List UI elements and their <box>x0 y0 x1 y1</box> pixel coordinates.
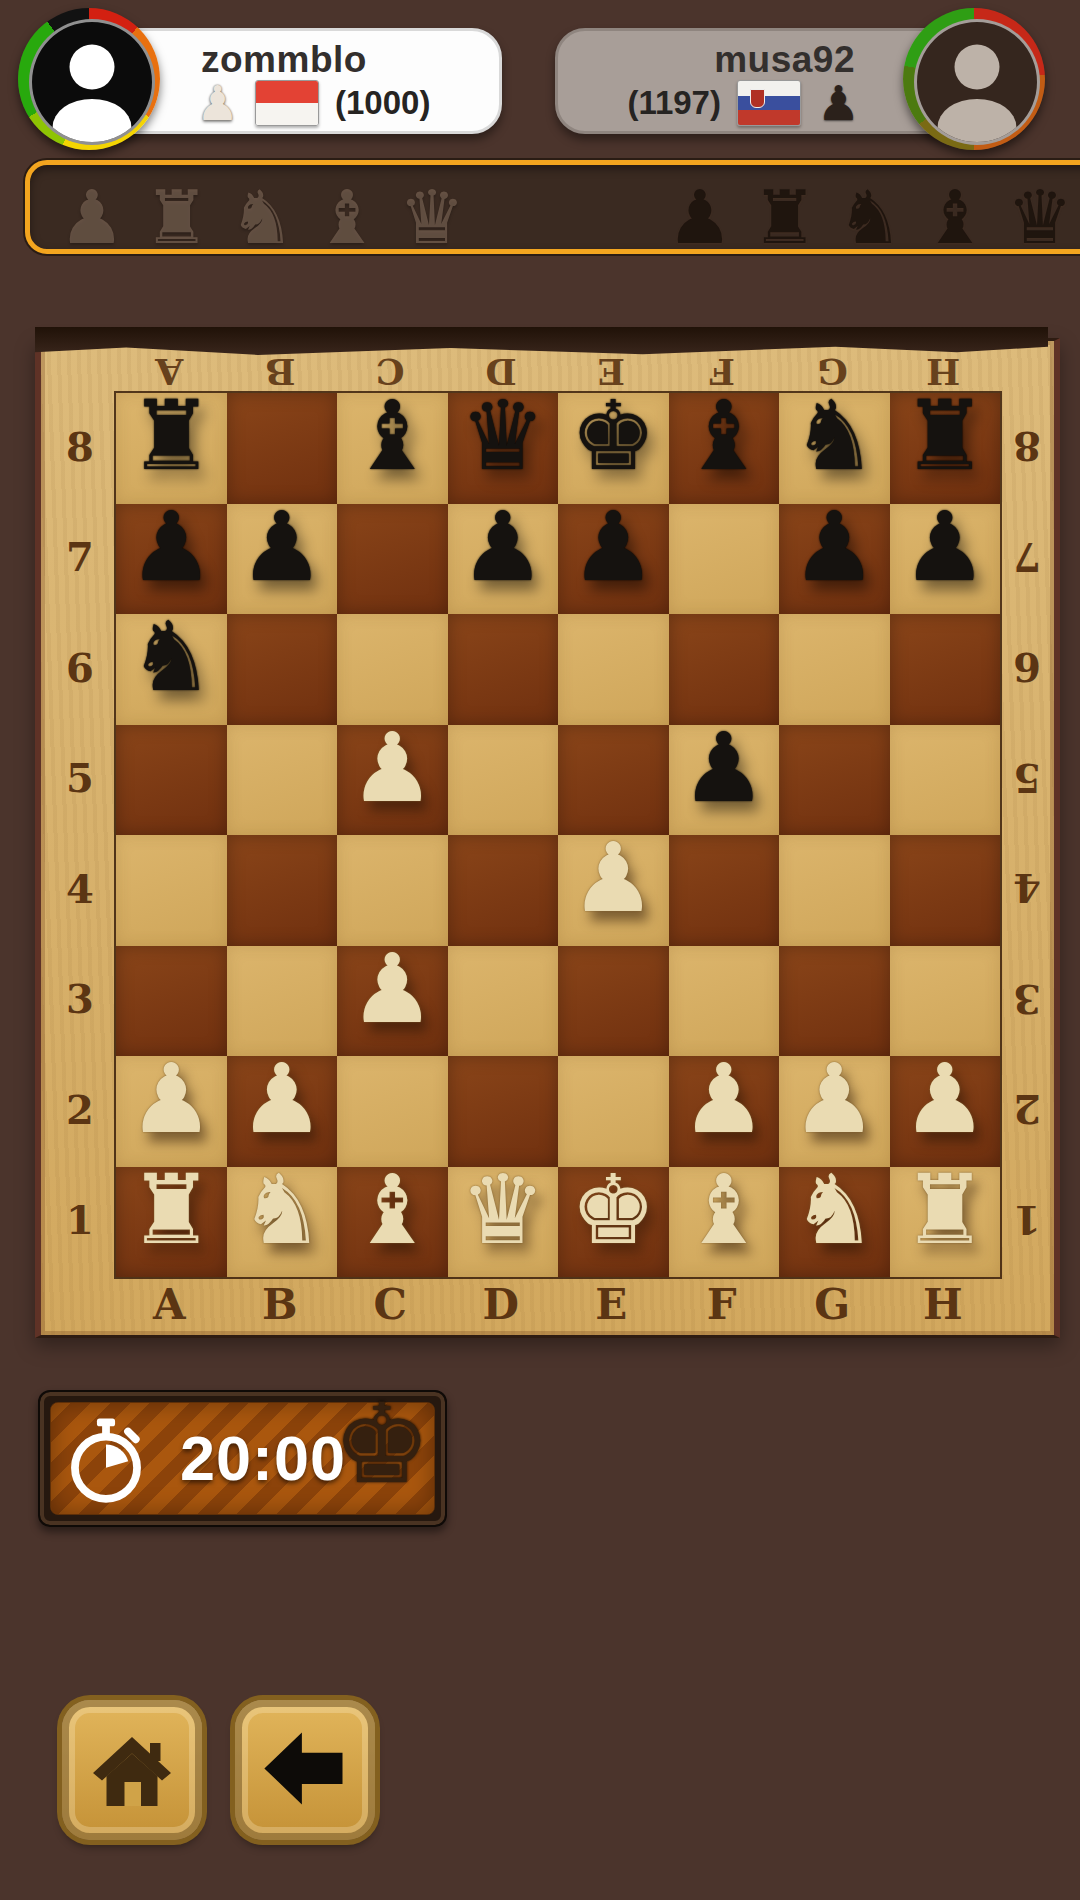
square-e8[interactable]: ♚ <box>558 393 669 504</box>
square-c6[interactable] <box>337 614 448 725</box>
white-avatar[interactable] <box>18 8 160 150</box>
square-e7[interactable]: ♟ <box>558 504 669 615</box>
rank-label-right-5: 5 <box>1004 723 1050 834</box>
square-h8[interactable]: ♜ <box>890 393 1001 504</box>
file-label-g: G <box>777 1279 888 1329</box>
black-pawn-a7: ♟ <box>116 492 227 603</box>
square-d6[interactable] <box>448 614 559 725</box>
black-player-rating: (1197) <box>627 84 721 122</box>
captured-black-rook-icon: ♜ <box>749 180 821 249</box>
square-a1[interactable]: ♜ <box>116 1167 227 1278</box>
black-avatar-photo <box>914 19 1040 145</box>
black-pawn-icon: ♟ <box>817 81 860 125</box>
white-player-rating: (1000) <box>335 84 430 122</box>
square-b6[interactable] <box>227 614 338 725</box>
square-g1[interactable]: ♞ <box>779 1167 890 1278</box>
white-pawn-g2: ♟ <box>779 1044 890 1155</box>
black-pawn-f5: ♟ <box>669 713 780 824</box>
black-knight-g8: ♞ <box>779 381 890 492</box>
black-rook-h8: ♜ <box>890 381 1001 492</box>
file-label-d: D <box>446 1279 557 1329</box>
captured-black-queen-icon: ♛ <box>1004 180 1076 249</box>
square-c7[interactable] <box>337 504 448 615</box>
file-label-top-g: G <box>777 351 888 393</box>
black-pawn-d7: ♟ <box>448 492 559 603</box>
square-h5[interactable] <box>890 725 1001 836</box>
square-h2[interactable]: ♟ <box>890 1056 1001 1167</box>
square-h6[interactable] <box>890 614 1001 725</box>
square-h7[interactable]: ♟ <box>890 504 1001 615</box>
black-king-e8: ♚ <box>558 381 669 492</box>
square-g2[interactable]: ♟ <box>779 1056 890 1167</box>
captured-white-queen-icon: ♛ <box>396 180 468 249</box>
file-label-c: C <box>335 1279 446 1329</box>
file-label-a: A <box>114 1279 225 1329</box>
white-pawn-h2: ♟ <box>890 1044 1001 1155</box>
file-label-top-f: F <box>667 351 778 393</box>
rank-label-right-8: 8 <box>1004 391 1050 502</box>
captured-white-group: ♟♜♞♝♛ <box>56 165 468 249</box>
rank-labels-left: 87654321 <box>53 391 107 1275</box>
square-a4[interactable] <box>116 835 227 946</box>
square-e4[interactable]: ♟ <box>558 835 669 946</box>
rank-label-2: 2 <box>53 1054 107 1165</box>
file-label-e: E <box>556 1279 667 1329</box>
square-f5[interactable]: ♟ <box>669 725 780 836</box>
square-e5[interactable] <box>558 725 669 836</box>
rank-label-6: 6 <box>53 612 107 723</box>
timer-panel: 20:00 ♚ <box>38 1390 447 1527</box>
square-c1[interactable]: ♝ <box>337 1167 448 1278</box>
white-pawn-icon: ♟ <box>196 81 239 125</box>
white-rook-a1: ♜ <box>116 1155 227 1266</box>
captured-black-bishop-icon: ♝ <box>919 180 991 249</box>
rank-label-3: 3 <box>53 944 107 1055</box>
rank-label-right-7: 7 <box>1004 502 1050 613</box>
square-g6[interactable] <box>779 614 890 725</box>
rank-label-8: 8 <box>53 391 107 502</box>
black-knight-a6: ♞ <box>116 602 227 713</box>
square-d2[interactable] <box>448 1056 559 1167</box>
rank-label-right-6: 6 <box>1004 612 1050 723</box>
rank-label-right-4: 4 <box>1004 833 1050 944</box>
square-f3[interactable] <box>669 946 780 1057</box>
square-f2[interactable]: ♟ <box>669 1056 780 1167</box>
square-f7[interactable] <box>669 504 780 615</box>
white-king-e1: ♚ <box>558 1155 669 1266</box>
square-g4[interactable] <box>779 835 890 946</box>
square-b5[interactable] <box>227 725 338 836</box>
square-d7[interactable]: ♟ <box>448 504 559 615</box>
back-button[interactable] <box>235 1700 375 1840</box>
black-pawn-g7: ♟ <box>779 492 890 603</box>
white-knight-b1: ♞ <box>227 1155 338 1266</box>
file-label-top-h: H <box>888 351 999 393</box>
square-d1[interactable]: ♛ <box>448 1167 559 1278</box>
square-e2[interactable] <box>558 1056 669 1167</box>
captured-pieces-tray: ♟♜♞♝♛ ♟♜♞♝♛ <box>25 160 1080 254</box>
square-a8[interactable]: ♜ <box>116 393 227 504</box>
black-king-turn-icon: ♚ <box>332 1384 431 1505</box>
rank-labels-right: 87654321 <box>1004 391 1050 1275</box>
square-g7[interactable]: ♟ <box>779 504 890 615</box>
board-squares: ♜♝♛♚♝♞♜♟♟♟♟♟♟♞♟♟♟♟♟♟♟♟♟♜♞♝♛♚♝♞♜ <box>114 391 1002 1279</box>
square-g5[interactable] <box>779 725 890 836</box>
white-pawn-e4: ♟ <box>558 823 669 934</box>
file-label-h: H <box>888 1279 999 1329</box>
square-a5[interactable] <box>116 725 227 836</box>
file-label-top-d: D <box>446 351 557 393</box>
square-a2[interactable]: ♟ <box>116 1056 227 1167</box>
black-bishop-c8: ♝ <box>337 381 448 492</box>
rank-label-right-3: 3 <box>1004 944 1050 1055</box>
captured-white-rook-icon: ♜ <box>141 180 213 249</box>
square-g8[interactable]: ♞ <box>779 393 890 504</box>
square-h1[interactable]: ♜ <box>890 1167 1001 1278</box>
white-bishop-c1: ♝ <box>337 1155 448 1266</box>
captured-white-pawn-icon: ♟ <box>56 180 128 249</box>
file-labels-bottom: ABCDEFGH <box>114 1279 998 1329</box>
rank-label-right-1: 1 <box>1004 1165 1050 1276</box>
square-c2[interactable] <box>337 1056 448 1167</box>
rank-label-right-2: 2 <box>1004 1054 1050 1165</box>
black-bishop-f8: ♝ <box>669 381 780 492</box>
square-e6[interactable] <box>558 614 669 725</box>
square-b8[interactable] <box>227 393 338 504</box>
square-d4[interactable] <box>448 835 559 946</box>
square-e3[interactable] <box>558 946 669 1057</box>
file-label-top-e: E <box>556 351 667 393</box>
square-b1[interactable]: ♞ <box>227 1167 338 1278</box>
captured-black-pawn-icon: ♟ <box>664 180 736 249</box>
slovenia-flag-icon <box>737 80 801 126</box>
square-a3[interactable] <box>116 946 227 1057</box>
white-queen-d1: ♛ <box>448 1155 559 1266</box>
white-knight-g1: ♞ <box>779 1155 890 1266</box>
captured-white-knight-icon: ♞ <box>226 180 298 249</box>
black-pawn-b7: ♟ <box>227 492 338 603</box>
square-c5[interactable]: ♟ <box>337 725 448 836</box>
black-avatar[interactable] <box>903 8 1045 150</box>
white-pawn-c5: ♟ <box>337 713 448 824</box>
rank-label-1: 1 <box>53 1165 107 1276</box>
file-label-top-c: C <box>335 351 446 393</box>
square-h3[interactable] <box>890 946 1001 1057</box>
square-b2[interactable]: ♟ <box>227 1056 338 1167</box>
black-pawn-h7: ♟ <box>890 492 1001 603</box>
square-d8[interactable]: ♛ <box>448 393 559 504</box>
square-f8[interactable]: ♝ <box>669 393 780 504</box>
rank-label-5: 5 <box>53 723 107 834</box>
person-icon <box>917 22 1037 142</box>
black-pawn-e7: ♟ <box>558 492 669 603</box>
square-d3[interactable] <box>448 946 559 1057</box>
home-button[interactable] <box>62 1700 202 1840</box>
chess-game-screen: zommblo ♟ (1000) musa92 (1197) ♟ <box>0 0 1080 1900</box>
black-rook-a8: ♜ <box>116 381 227 492</box>
white-pawn-f2: ♟ <box>669 1044 780 1155</box>
square-f4[interactable] <box>669 835 780 946</box>
square-c4[interactable] <box>337 835 448 946</box>
square-g3[interactable] <box>779 946 890 1057</box>
square-b3[interactable] <box>227 946 338 1057</box>
white-pawn-c3: ♟ <box>337 934 448 1045</box>
square-h4[interactable] <box>890 835 1001 946</box>
white-pawn-b2: ♟ <box>227 1044 338 1155</box>
captured-white-bishop-icon: ♝ <box>311 180 383 249</box>
captured-black-group: ♟♜♞♝♛ <box>664 165 1076 249</box>
file-labels-top: ABCDEFGH <box>114 351 998 389</box>
captured-black-knight-icon: ♞ <box>834 180 906 249</box>
black-queen-d8: ♛ <box>448 381 559 492</box>
white-rook-h1: ♜ <box>890 1155 1001 1266</box>
file-label-b: B <box>225 1279 336 1329</box>
square-a6[interactable]: ♞ <box>116 614 227 725</box>
chess-board: ABCDEFGH 87654321 87654321 ABCDEFGH ♜♝♛♚… <box>35 338 1060 1338</box>
rank-label-4: 4 <box>53 833 107 944</box>
file-label-top-b: B <box>225 351 336 393</box>
file-label-top-a: A <box>114 351 225 393</box>
square-e1[interactable]: ♚ <box>558 1167 669 1278</box>
white-pawn-a2: ♟ <box>116 1044 227 1155</box>
person-icon <box>32 22 152 142</box>
back-arrow-icon <box>255 1720 355 1820</box>
file-label-f: F <box>667 1279 778 1329</box>
square-f1[interactable]: ♝ <box>669 1167 780 1278</box>
square-b4[interactable] <box>227 835 338 946</box>
square-c3[interactable]: ♟ <box>337 946 448 1057</box>
white-avatar-photo <box>29 19 155 145</box>
white-bishop-f1: ♝ <box>669 1155 780 1266</box>
stopwatch-icon <box>64 1416 148 1504</box>
square-a7[interactable]: ♟ <box>116 504 227 615</box>
home-icon <box>84 1722 180 1818</box>
rank-label-7: 7 <box>53 502 107 613</box>
square-c8[interactable]: ♝ <box>337 393 448 504</box>
indonesia-flag-icon <box>255 80 319 126</box>
square-f6[interactable] <box>669 614 780 725</box>
square-b7[interactable]: ♟ <box>227 504 338 615</box>
timer-value: 20:00 <box>168 1422 358 1494</box>
square-d5[interactable] <box>448 725 559 836</box>
